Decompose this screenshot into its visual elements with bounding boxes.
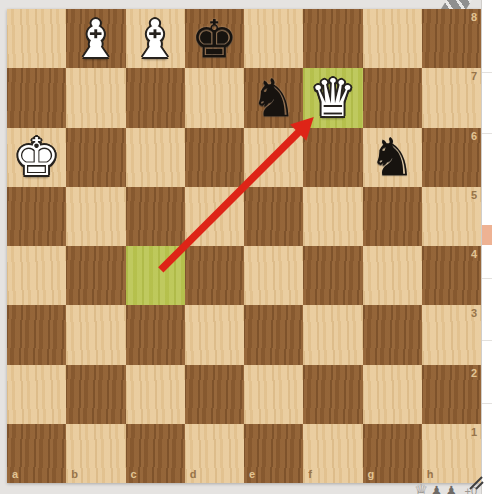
square-h3[interactable]: 3 bbox=[422, 305, 481, 364]
square-h8[interactable]: 8 bbox=[422, 9, 481, 68]
square-h6[interactable]: 6 bbox=[422, 128, 481, 187]
square-a5[interactable] bbox=[7, 187, 66, 246]
square-c7[interactable] bbox=[126, 68, 185, 127]
square-d7[interactable] bbox=[185, 68, 244, 127]
square-f6[interactable] bbox=[303, 128, 362, 187]
square-b2[interactable] bbox=[66, 365, 125, 424]
file-label: c bbox=[131, 469, 137, 480]
square-d4[interactable] bbox=[185, 246, 244, 305]
file-label: f bbox=[308, 469, 312, 480]
square-e7[interactable]: ♞ bbox=[244, 68, 303, 127]
square-b7[interactable] bbox=[66, 68, 125, 127]
selected-move-highlight[interactable] bbox=[482, 225, 492, 245]
square-g2[interactable] bbox=[363, 365, 422, 424]
white-bishop[interactable]: ♝ bbox=[66, 9, 125, 68]
square-c8[interactable]: ♝ bbox=[126, 9, 185, 68]
square-d2[interactable] bbox=[185, 365, 244, 424]
square-d5[interactable] bbox=[185, 187, 244, 246]
square-a6[interactable]: ♚ bbox=[7, 128, 66, 187]
pawn-icon: ♟ bbox=[430, 484, 443, 494]
square-g7[interactable] bbox=[363, 68, 422, 127]
board-resize-handle-icon[interactable] bbox=[469, 476, 484, 490]
square-h4[interactable]: 4 bbox=[422, 246, 481, 305]
square-f3[interactable] bbox=[303, 305, 362, 364]
square-d1[interactable]: d bbox=[185, 424, 244, 483]
square-d6[interactable] bbox=[185, 128, 244, 187]
diagonal-stripes-icon bbox=[441, 0, 472, 9]
move-row-divider bbox=[482, 72, 492, 73]
move-row-divider bbox=[482, 278, 492, 279]
square-a1[interactable]: a bbox=[7, 424, 66, 483]
move-row-divider bbox=[482, 133, 492, 134]
move-list-panel[interactable] bbox=[481, 0, 492, 494]
square-d8[interactable]: ♚ bbox=[185, 9, 244, 68]
black-knight[interactable]: ♞ bbox=[363, 128, 422, 187]
square-b3[interactable] bbox=[66, 305, 125, 364]
square-f5[interactable] bbox=[303, 187, 362, 246]
square-c4[interactable] bbox=[126, 246, 185, 305]
analysis-screen: ♝♝♚8♞♛7♚♞65432abcdefg1h ♕♟♟+0 bbox=[0, 0, 492, 494]
square-g5[interactable] bbox=[363, 187, 422, 246]
square-d3[interactable] bbox=[185, 305, 244, 364]
square-f1[interactable]: f bbox=[303, 424, 362, 483]
move-row-divider bbox=[482, 340, 492, 341]
square-e6[interactable] bbox=[244, 128, 303, 187]
square-c3[interactable] bbox=[126, 305, 185, 364]
square-g4[interactable] bbox=[363, 246, 422, 305]
square-b4[interactable] bbox=[66, 246, 125, 305]
file-label: e bbox=[249, 469, 255, 480]
chess-board[interactable]: ♝♝♚8♞♛7♚♞65432abcdefg1h bbox=[7, 9, 481, 483]
file-label: d bbox=[190, 469, 197, 480]
square-c5[interactable] bbox=[126, 187, 185, 246]
square-g8[interactable] bbox=[363, 9, 422, 68]
square-h7[interactable]: 7 bbox=[422, 68, 481, 127]
square-f8[interactable] bbox=[303, 9, 362, 68]
rank-label: 7 bbox=[471, 71, 477, 82]
file-label: h bbox=[427, 469, 434, 480]
square-f7[interactable]: ♛ bbox=[303, 68, 362, 127]
queen-icon: ♕ bbox=[414, 483, 428, 494]
square-f2[interactable] bbox=[303, 365, 362, 424]
square-e8[interactable] bbox=[244, 9, 303, 68]
square-e3[interactable] bbox=[244, 305, 303, 364]
square-b6[interactable] bbox=[66, 128, 125, 187]
square-b5[interactable] bbox=[66, 187, 125, 246]
square-e1[interactable]: e bbox=[244, 424, 303, 483]
file-label: b bbox=[71, 469, 78, 480]
square-f4[interactable] bbox=[303, 246, 362, 305]
square-b8[interactable]: ♝ bbox=[66, 9, 125, 68]
square-e5[interactable] bbox=[244, 187, 303, 246]
black-knight[interactable]: ♞ bbox=[244, 68, 303, 127]
square-h1[interactable]: 1h bbox=[422, 424, 481, 483]
white-bishop[interactable]: ♝ bbox=[126, 9, 185, 68]
rank-label: 2 bbox=[471, 368, 477, 379]
square-g3[interactable] bbox=[363, 305, 422, 364]
square-g1[interactable]: g bbox=[363, 424, 422, 483]
square-e4[interactable] bbox=[244, 246, 303, 305]
white-queen[interactable]: ♛ bbox=[303, 68, 362, 127]
square-a2[interactable] bbox=[7, 365, 66, 424]
square-a8[interactable] bbox=[7, 9, 66, 68]
square-g6[interactable]: ♞ bbox=[363, 128, 422, 187]
file-label: g bbox=[368, 469, 375, 480]
rank-label: 4 bbox=[471, 249, 477, 260]
square-a7[interactable] bbox=[7, 68, 66, 127]
file-label: a bbox=[12, 469, 18, 480]
rank-label: 5 bbox=[471, 190, 477, 201]
pawn-icon: ♟ bbox=[445, 484, 458, 494]
black-king[interactable]: ♚ bbox=[185, 9, 244, 68]
rank-label: 1 bbox=[471, 427, 477, 438]
square-b1[interactable]: b bbox=[66, 424, 125, 483]
rank-label: 3 bbox=[471, 308, 477, 319]
square-c2[interactable] bbox=[126, 365, 185, 424]
rank-label: 6 bbox=[471, 131, 477, 142]
square-a3[interactable] bbox=[7, 305, 66, 364]
white-king[interactable]: ♚ bbox=[7, 128, 66, 187]
square-c1[interactable]: c bbox=[126, 424, 185, 483]
square-e2[interactable] bbox=[244, 365, 303, 424]
rank-label: 8 bbox=[471, 12, 477, 23]
move-row-divider bbox=[482, 403, 492, 404]
captured-pieces-tray: ♕♟♟+0 bbox=[414, 483, 477, 494]
square-a4[interactable] bbox=[7, 246, 66, 305]
square-h2[interactable]: 2 bbox=[422, 365, 481, 424]
square-h5[interactable]: 5 bbox=[422, 187, 481, 246]
square-c6[interactable] bbox=[126, 128, 185, 187]
